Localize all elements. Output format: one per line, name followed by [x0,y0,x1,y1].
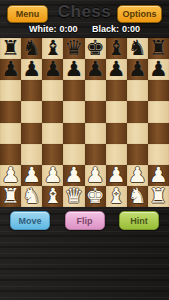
black-pawn: ♟ [43,59,62,80]
square-h2[interactable]: ♟ [148,165,169,186]
square-c7[interactable]: ♟ [42,59,63,80]
square-e6[interactable] [85,80,106,101]
white-knight: ♞ [128,186,147,207]
square-d6[interactable] [63,80,84,101]
white-pawn: ♟ [1,165,20,186]
black-knight: ♞ [128,38,147,59]
square-f7[interactable]: ♟ [106,59,127,80]
square-f4[interactable] [106,123,127,144]
white-pawn: ♟ [65,165,84,186]
square-e5[interactable] [85,101,106,122]
white-pawn: ♟ [107,165,126,186]
square-g4[interactable] [127,123,148,144]
square-c4[interactable] [42,123,63,144]
square-d4[interactable] [63,123,84,144]
square-c5[interactable] [42,101,63,122]
black-timer: Black:0:00 [92,24,140,34]
white-knight: ♞ [22,186,41,207]
black-rook: ♜ [149,38,168,59]
black-pawn: ♟ [128,59,147,80]
square-g3[interactable] [127,144,148,165]
white-pawn: ♟ [128,165,147,186]
square-g2[interactable]: ♟ [127,165,148,186]
square-d5[interactable] [63,101,84,122]
square-d1[interactable]: ♛ [63,186,84,207]
square-h4[interactable] [148,123,169,144]
top-bar: Chess Menu Options White:0:00 Black:0:00 [0,0,169,38]
white-bishop: ♝ [43,186,62,207]
controls-bar: Move Flip Hint [0,207,169,230]
square-g5[interactable] [127,101,148,122]
square-b8[interactable]: ♞ [21,38,42,59]
square-f8[interactable]: ♝ [106,38,127,59]
white-bishop: ♝ [107,186,126,207]
square-a8[interactable]: ♜ [0,38,21,59]
square-f3[interactable] [106,144,127,165]
black-rook: ♜ [1,38,20,59]
square-a4[interactable] [0,123,21,144]
square-h6[interactable] [148,80,169,101]
options-button[interactable]: Options [117,5,162,23]
square-g1[interactable]: ♞ [127,186,148,207]
square-f5[interactable] [106,101,127,122]
square-f2[interactable]: ♟ [106,165,127,186]
square-e8[interactable]: ♚ [85,38,106,59]
square-d7[interactable]: ♟ [63,59,84,80]
square-a5[interactable] [0,101,21,122]
square-b6[interactable] [21,80,42,101]
square-g7[interactable]: ♟ [127,59,148,80]
black-pawn: ♟ [149,59,168,80]
square-c3[interactable] [42,144,63,165]
white-rook: ♜ [149,186,168,207]
flip-button[interactable]: Flip [65,211,105,230]
black-pawn: ♟ [107,59,126,80]
square-b4[interactable] [21,123,42,144]
square-a6[interactable] [0,80,21,101]
square-h7[interactable]: ♟ [148,59,169,80]
square-h5[interactable] [148,101,169,122]
square-h3[interactable] [148,144,169,165]
square-g6[interactable] [127,80,148,101]
square-c8[interactable]: ♝ [42,38,63,59]
black-pawn: ♟ [22,59,41,80]
menu-button[interactable]: Menu [7,5,48,23]
white-king: ♚ [86,186,105,207]
square-c1[interactable]: ♝ [42,186,63,207]
app-window: Chess Menu Options White:0:00 Black:0:00… [0,0,169,300]
white-pawn: ♟ [86,165,105,186]
square-b3[interactable] [21,144,42,165]
black-queen: ♛ [65,38,84,59]
white-timer: White:0:00 [29,24,78,34]
black-knight: ♞ [22,38,41,59]
black-bishop: ♝ [107,38,126,59]
chess-board: ♜♞♝♛♚♝♞♜♟♟♟♟♟♟♟♟♟♟♟♟♟♟♟♟♜♞♝♛♚♝♞♜ [0,38,169,207]
black-pawn: ♟ [65,59,84,80]
black-pawn: ♟ [1,59,20,80]
move-button[interactable]: Move [10,211,50,230]
square-g8[interactable]: ♞ [127,38,148,59]
black-king: ♚ [86,38,105,59]
square-a2[interactable]: ♟ [0,165,21,186]
square-e2[interactable]: ♟ [85,165,106,186]
square-b5[interactable] [21,101,42,122]
square-d8[interactable]: ♛ [63,38,84,59]
square-a7[interactable]: ♟ [0,59,21,80]
square-b7[interactable]: ♟ [21,59,42,80]
hint-button[interactable]: Hint [119,211,159,230]
timers-row: White:0:00 Black:0:00 [0,24,169,34]
square-e3[interactable] [85,144,106,165]
square-c6[interactable] [42,80,63,101]
black-bishop: ♝ [43,38,62,59]
square-e1[interactable]: ♚ [85,186,106,207]
white-pawn: ♟ [43,165,62,186]
square-e4[interactable] [85,123,106,144]
white-pawn: ♟ [22,165,41,186]
black-pawn: ♟ [86,59,105,80]
square-h1[interactable]: ♜ [148,186,169,207]
square-f1[interactable]: ♝ [106,186,127,207]
square-f6[interactable] [106,80,127,101]
square-h8[interactable]: ♜ [148,38,169,59]
white-queen: ♛ [65,186,84,207]
square-c2[interactable]: ♟ [42,165,63,186]
square-b1[interactable]: ♞ [21,186,42,207]
square-b2[interactable]: ♟ [21,165,42,186]
white-pawn: ♟ [149,165,168,186]
square-e7[interactable]: ♟ [85,59,106,80]
square-a3[interactable] [0,144,21,165]
square-a1[interactable]: ♜ [0,186,21,207]
square-d3[interactable] [63,144,84,165]
white-rook: ♜ [1,186,20,207]
square-d2[interactable]: ♟ [63,165,84,186]
